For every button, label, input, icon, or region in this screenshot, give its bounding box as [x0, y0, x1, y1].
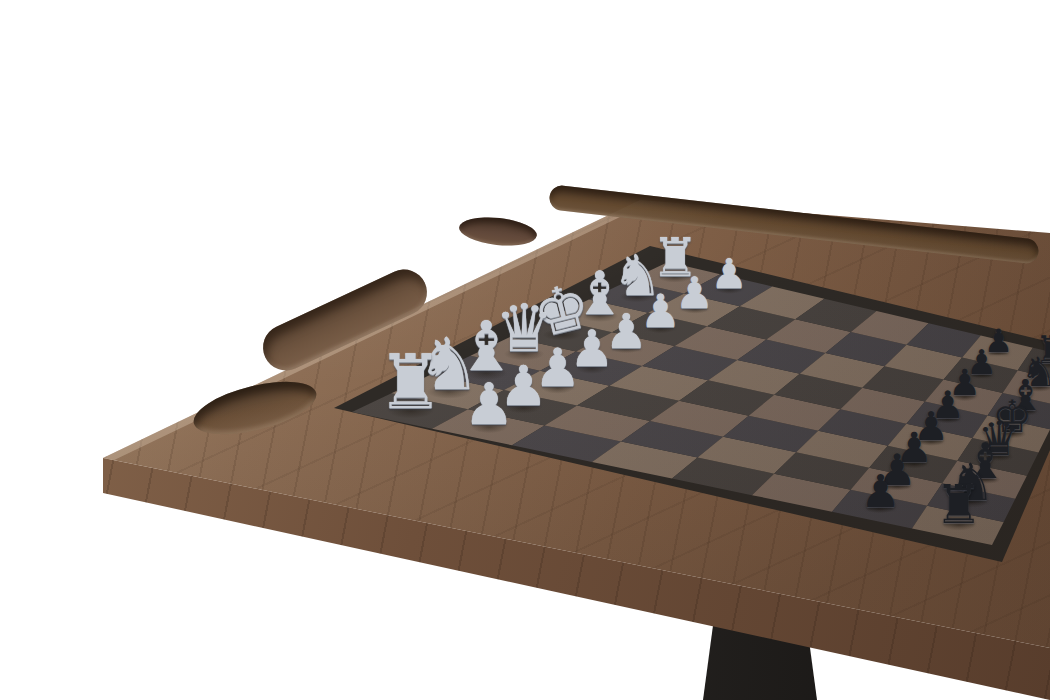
pieces-layer: ♜♟♞♟♝♟♚♟♟♛♜♟♝♟♟♞♞♟♟♜♝♟♟♚♟♛♟♝♟♞♟♜ — [0, 0, 1050, 700]
white-pawn: ♟ — [711, 254, 748, 295]
chess-table-photo: ♜♟♞♟♝♟♚♟♟♛♜♟♝♟♟♞♞♟♟♜♝♟♟♚♟♛♟♝♟♞♟♜ — [0, 0, 1050, 700]
white-pawn: ♟ — [463, 377, 515, 434]
black-rook: ♜ — [935, 478, 983, 532]
white-pawn: ♟ — [675, 272, 714, 315]
white-rook: ♜ — [377, 345, 444, 420]
black-pawn: ♟ — [860, 469, 901, 514]
